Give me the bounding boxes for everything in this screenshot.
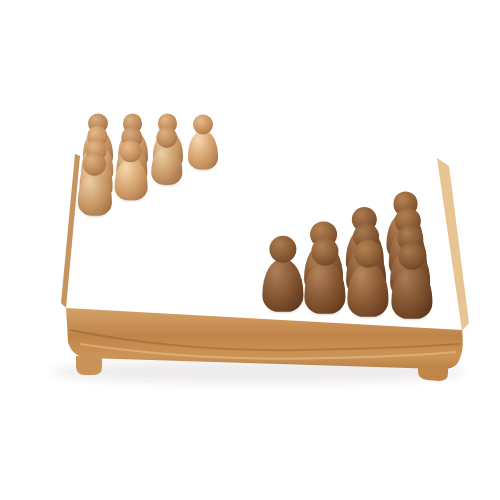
peg-body xyxy=(347,263,388,316)
board-foot-right xyxy=(418,366,448,381)
peg-body xyxy=(78,172,112,216)
peg-body xyxy=(392,265,433,318)
peg-body xyxy=(151,145,182,186)
product-photo-scene xyxy=(0,0,500,500)
peg-head xyxy=(269,236,296,263)
board-right-edge xyxy=(437,158,469,331)
peg-dark[interactable] xyxy=(347,240,388,316)
peg-head xyxy=(120,140,142,162)
peg-body xyxy=(188,131,218,170)
peg-body xyxy=(262,259,303,312)
peg-dark[interactable] xyxy=(304,238,345,314)
peg-light[interactable] xyxy=(188,114,218,170)
peg-light[interactable] xyxy=(114,140,147,201)
peg-light[interactable] xyxy=(151,127,182,185)
peg-body xyxy=(304,261,345,314)
peg-head xyxy=(83,153,106,176)
peg-head xyxy=(399,243,426,270)
peg-light[interactable] xyxy=(78,153,112,216)
board-foot-left xyxy=(76,356,102,375)
peg-body xyxy=(114,158,147,200)
peg-head xyxy=(354,240,381,267)
peg-head xyxy=(311,238,338,265)
peg-head xyxy=(157,127,178,148)
peg-dark[interactable] xyxy=(392,243,433,319)
peg-head xyxy=(193,114,213,134)
peg-dark[interactable] xyxy=(262,236,303,312)
